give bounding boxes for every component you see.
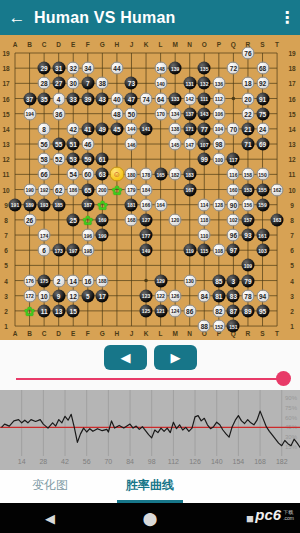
- row-label: 8: [290, 216, 294, 223]
- column-label: E: [71, 330, 75, 337]
- stone-P12[interactable]: 100: [212, 153, 225, 166]
- stone-P17[interactable]: 136: [212, 77, 225, 90]
- column-label: N: [187, 41, 192, 48]
- stone-L3[interactable]: 122: [154, 289, 167, 302]
- stone-O18[interactable]: 135: [198, 62, 211, 75]
- row-label: 2: [290, 307, 294, 314]
- stone-J10[interactable]: 179: [125, 183, 138, 196]
- svg-text:75%: 75%: [285, 405, 298, 411]
- stone-E13[interactable]: 51: [67, 138, 80, 151]
- stone-F3[interactable]: 5: [81, 289, 94, 302]
- stone-N10[interactable]: 167: [183, 183, 196, 196]
- stone-J11[interactable]: 180: [125, 168, 138, 181]
- stone-D10[interactable]: 62: [52, 183, 65, 196]
- stone-O13[interactable]: 107: [198, 138, 211, 151]
- svg-text:28: 28: [39, 458, 47, 465]
- svg-text:30%: 30%: [285, 434, 298, 440]
- stone-P14[interactable]: 104: [212, 122, 225, 135]
- row-label: 7: [290, 232, 294, 239]
- stone-S7[interactable]: 161: [256, 229, 269, 242]
- stone-B10[interactable]: 190: [23, 183, 36, 196]
- column-label: E: [71, 41, 75, 48]
- stone-J9[interactable]: 181: [125, 198, 138, 211]
- android-home-icon[interactable]: ⬤: [130, 511, 170, 526]
- svg-text:60%: 60%: [285, 415, 298, 421]
- stone-O3[interactable]: 84: [198, 289, 211, 302]
- stone-S13[interactable]: 69: [256, 138, 269, 151]
- stone-T10[interactable]: 162: [271, 183, 284, 196]
- stone-Q7[interactable]: 96: [227, 229, 240, 242]
- stone-F11[interactable]: 60: [81, 168, 94, 181]
- row-label: 16: [2, 95, 9, 102]
- stone-E2[interactable]: 15: [67, 304, 80, 317]
- row-label: 3: [290, 292, 294, 299]
- stone-O6[interactable]: 115: [198, 244, 211, 257]
- stone-D13[interactable]: 55: [52, 138, 65, 151]
- flower-marker-H10[interactable]: ✿: [111, 183, 122, 196]
- stone-C16[interactable]: 35: [38, 92, 51, 105]
- stone-K10[interactable]: 184: [140, 183, 153, 196]
- stone-B3[interactable]: 172: [23, 289, 36, 302]
- stone-F6[interactable]: 198: [81, 244, 94, 257]
- stone-R13[interactable]: 71: [241, 138, 254, 151]
- stone-K11[interactable]: 178: [140, 168, 153, 181]
- stone-B16[interactable]: 37: [23, 92, 36, 105]
- column-label: K: [144, 41, 149, 48]
- stone-C3[interactable]: 10: [38, 289, 51, 302]
- stone-N4[interactable]: 130: [183, 274, 196, 287]
- stone-R9[interactable]: 156: [241, 198, 254, 211]
- stone-S18[interactable]: 68: [256, 62, 269, 75]
- stone-O1[interactable]: 88: [198, 320, 211, 333]
- stone-F9[interactable]: 187: [81, 198, 94, 211]
- stone-D17[interactable]: 27: [52, 77, 65, 90]
- android-back-icon[interactable]: ◀: [30, 511, 70, 526]
- row-label: 17: [2, 80, 9, 87]
- stone-G4[interactable]: 188: [96, 274, 109, 287]
- stone-P16[interactable]: 112: [212, 92, 225, 105]
- stone-N17[interactable]: 131: [183, 77, 196, 90]
- stone-Q2[interactable]: 87: [227, 304, 240, 317]
- stone-E8[interactable]: 25: [67, 213, 80, 226]
- stone-E10[interactable]: 186: [67, 183, 80, 196]
- stone-G14[interactable]: 49: [96, 122, 109, 135]
- flower-marker-B2[interactable]: ✿: [24, 304, 35, 317]
- stone-Q6[interactable]: 97: [227, 244, 240, 257]
- row-label: 3: [4, 292, 8, 299]
- page-title: Human VS Human: [34, 9, 274, 27]
- svg-text:154: 154: [233, 458, 245, 465]
- app-header: ← Human VS Human ⋮: [0, 0, 300, 35]
- column-label: M: [172, 330, 177, 337]
- stone-S14[interactable]: 24: [256, 122, 269, 135]
- smiley-marker-H11[interactable]: ☺: [109, 167, 124, 182]
- stone-S6[interactable]: 103: [256, 244, 269, 257]
- stone-R16[interactable]: 20: [241, 92, 254, 105]
- svg-text:42: 42: [61, 458, 69, 465]
- stone-R5[interactable]: 109: [241, 259, 254, 272]
- stone-R3[interactable]: 78: [241, 289, 254, 302]
- stone-B15[interactable]: 194: [23, 107, 36, 120]
- bottom-tabs: 变化图 胜率曲线: [0, 470, 300, 503]
- stone-L16[interactable]: 64: [154, 92, 167, 105]
- stone-Q14[interactable]: 70: [227, 122, 240, 135]
- column-label: J: [130, 41, 134, 48]
- column-label: H: [115, 41, 120, 48]
- stone-Q10[interactable]: 160: [227, 183, 240, 196]
- stone-A9[interactable]: 191: [9, 198, 22, 211]
- stone-P3[interactable]: 81: [212, 289, 225, 302]
- stone-O7[interactable]: 110: [198, 229, 211, 242]
- stone-D6[interactable]: 173: [52, 244, 65, 257]
- column-label: L: [159, 330, 163, 337]
- column-label: C: [42, 41, 47, 48]
- row-label: 19: [288, 50, 295, 57]
- svg-text:70: 70: [104, 458, 112, 465]
- row-label: 12: [2, 156, 9, 163]
- stone-C11[interactable]: 66: [38, 168, 51, 181]
- stone-N11[interactable]: 183: [183, 168, 196, 181]
- next-move-button[interactable]: ▶: [154, 345, 197, 370]
- stone-Q4[interactable]: 3: [227, 274, 240, 287]
- svg-text:140: 140: [211, 458, 223, 465]
- stone-E17[interactable]: 30: [67, 77, 80, 90]
- stone-N16[interactable]: 142: [183, 92, 196, 105]
- stone-C12[interactable]: 58: [38, 153, 51, 166]
- stone-M16[interactable]: 133: [169, 92, 182, 105]
- stone-S16[interactable]: 91: [256, 92, 269, 105]
- stone-F16[interactable]: 39: [81, 92, 94, 105]
- row-label: 11: [3, 171, 10, 178]
- column-label: C: [42, 330, 47, 337]
- stone-E14[interactable]: 42: [67, 122, 80, 135]
- stone-P4[interactable]: 85: [212, 274, 225, 287]
- column-label: G: [100, 330, 105, 337]
- stone-B9[interactable]: 189: [23, 198, 36, 211]
- stone-R17[interactable]: 18: [241, 77, 254, 90]
- stone-Q3[interactable]: 83: [227, 289, 240, 302]
- stone-F7[interactable]: 196: [81, 229, 94, 242]
- stone-G8[interactable]: 169: [96, 213, 109, 226]
- column-label: B: [27, 41, 32, 48]
- row-label: 1: [290, 323, 294, 330]
- stone-D3[interactable]: 9: [52, 289, 65, 302]
- stone-R14[interactable]: 21: [241, 122, 254, 135]
- stone-M14[interactable]: 138: [169, 122, 182, 135]
- stone-G3[interactable]: 17: [96, 289, 109, 302]
- stone-F17[interactable]: 7: [81, 77, 94, 90]
- stone-N13[interactable]: 147: [183, 138, 196, 151]
- move-slider-thumb[interactable]: [276, 371, 291, 386]
- app-root: ← Human VS Human ⋮ AABBCCDDEEFFGGHHJJKKL…: [0, 0, 300, 533]
- stone-K6[interactable]: 149: [140, 244, 153, 257]
- row-label: 8: [4, 216, 8, 223]
- stone-D9[interactable]: 185: [52, 198, 65, 211]
- flower-marker-F8[interactable]: ✿: [82, 213, 93, 226]
- stone-J8[interactable]: 168: [125, 213, 138, 226]
- row-label: 19: [2, 50, 9, 57]
- stone-G17[interactable]: 38: [96, 77, 109, 90]
- column-label: D: [56, 330, 61, 337]
- stone-N2[interactable]: 86: [183, 304, 196, 317]
- stone-L18[interactable]: 148: [154, 62, 167, 75]
- row-label: 9: [290, 201, 294, 208]
- stone-Q18[interactable]: 72: [227, 62, 240, 75]
- stone-C10[interactable]: 192: [38, 183, 51, 196]
- stone-M15[interactable]: 134: [169, 107, 182, 120]
- stone-H14[interactable]: 45: [110, 122, 123, 135]
- stone-F10[interactable]: 65: [81, 183, 94, 196]
- row-label: 10: [288, 186, 295, 193]
- row-label: 15: [288, 110, 295, 117]
- stone-K7[interactable]: 177: [140, 229, 153, 242]
- stone-C13[interactable]: 56: [38, 138, 51, 151]
- stone-O17[interactable]: 132: [198, 77, 211, 90]
- row-label: 6: [4, 247, 8, 254]
- stone-R4[interactable]: 79: [241, 274, 254, 287]
- row-label: 11: [289, 171, 296, 178]
- row-label: 5: [4, 262, 8, 269]
- stone-O14[interactable]: 77: [198, 122, 211, 135]
- stone-M13[interactable]: 145: [169, 138, 182, 151]
- row-label: 16: [288, 95, 295, 102]
- stone-F18[interactable]: 34: [81, 62, 94, 75]
- stone-J17[interactable]: 73: [125, 77, 138, 90]
- stone-R19[interactable]: 76: [241, 47, 254, 60]
- stone-R10[interactable]: 153: [241, 183, 254, 196]
- column-label: H: [115, 330, 120, 337]
- winrate-chart: 1428425670849811212614015416818290%75%60…: [0, 390, 300, 470]
- stone-Q12[interactable]: 117: [227, 153, 240, 166]
- back-arrow-icon[interactable]: ←: [0, 8, 34, 28]
- stone-P13[interactable]: 98: [212, 138, 225, 151]
- stone-C6[interactable]: 6: [38, 244, 51, 257]
- tab-winrate-label: 胜率曲线: [126, 478, 174, 492]
- stone-M18[interactable]: 139: [169, 62, 182, 75]
- stone-C17[interactable]: 28: [38, 77, 51, 90]
- row-label: 4: [290, 277, 294, 284]
- svg-text:14: 14: [18, 458, 26, 465]
- stone-J16[interactable]: 47: [125, 92, 138, 105]
- row-label: 1: [4, 323, 8, 330]
- stone-E4[interactable]: 14: [67, 274, 80, 287]
- row-label: 9: [4, 201, 8, 208]
- column-label: L: [159, 41, 163, 48]
- stone-K3[interactable]: 123: [140, 289, 153, 302]
- column-label: G: [100, 41, 105, 48]
- column-label: B: [27, 330, 32, 337]
- stone-Q11[interactable]: 116: [227, 168, 240, 181]
- stone-H15[interactable]: 48: [110, 107, 123, 120]
- column-label: F: [86, 330, 90, 337]
- tab-winrate-curve[interactable]: 胜率曲线: [100, 470, 200, 503]
- stone-O9[interactable]: 114: [198, 198, 211, 211]
- previous-move-button[interactable]: ◀: [104, 345, 147, 370]
- column-label: S: [260, 41, 264, 48]
- svg-text:84: 84: [126, 458, 134, 465]
- stone-L2[interactable]: 121: [154, 304, 167, 317]
- row-label: 12: [288, 156, 295, 163]
- stone-O16[interactable]: 111: [198, 92, 211, 105]
- stone-L4[interactable]: 129: [154, 274, 167, 287]
- stone-G10[interactable]: 200: [96, 183, 109, 196]
- stone-R7[interactable]: 93: [241, 229, 254, 242]
- move-slider-track[interactable]: [16, 378, 284, 380]
- stone-P6[interactable]: 108: [212, 244, 225, 257]
- stone-H18[interactable]: 44: [110, 62, 123, 75]
- watermark-sub: 下载 .com: [283, 509, 294, 521]
- stone-E6[interactable]: 197: [67, 244, 80, 257]
- stone-S11[interactable]: 150: [256, 168, 269, 181]
- column-label: J: [130, 330, 134, 337]
- svg-text:168: 168: [254, 458, 266, 465]
- stone-T8[interactable]: 163: [271, 213, 284, 226]
- stone-M3[interactable]: 126: [169, 289, 182, 302]
- row-label: 14: [288, 125, 295, 132]
- stone-C2[interactable]: 11: [38, 304, 51, 317]
- stone-E16[interactable]: 33: [67, 92, 80, 105]
- stone-C14[interactable]: 8: [38, 122, 51, 135]
- stone-D18[interactable]: 31: [52, 62, 65, 75]
- stone-S9[interactable]: 159: [256, 198, 269, 211]
- stone-M11[interactable]: 182: [169, 168, 182, 181]
- stone-R8[interactable]: 157: [241, 213, 254, 226]
- stone-E11[interactable]: 54: [67, 168, 80, 181]
- stone-C18[interactable]: 29: [38, 62, 51, 75]
- stone-B8[interactable]: 26: [23, 213, 36, 226]
- stone-M2[interactable]: 124: [169, 304, 182, 317]
- column-label: T: [275, 41, 279, 48]
- stone-D16[interactable]: 4: [52, 92, 65, 105]
- svg-text:182: 182: [276, 458, 288, 465]
- row-label: 4: [4, 277, 8, 284]
- stone-F12[interactable]: 59: [81, 153, 94, 166]
- tab-variation-label: 变化图: [32, 478, 68, 492]
- column-label: A: [13, 41, 18, 48]
- stone-S17[interactable]: 92: [256, 77, 269, 90]
- move-controls: ◀ ▶: [0, 340, 300, 390]
- column-label: R: [246, 330, 251, 337]
- column-label: F: [86, 41, 90, 48]
- stone-C4[interactable]: 175: [38, 274, 51, 287]
- stone-J15[interactable]: 50: [125, 107, 138, 120]
- stone-F4[interactable]: 16: [81, 274, 94, 287]
- overflow-menu-icon[interactable]: ⋮: [274, 8, 300, 27]
- stone-M8[interactable]: 120: [169, 213, 182, 226]
- svg-text:126: 126: [189, 458, 201, 465]
- stone-K14[interactable]: 141: [140, 122, 153, 135]
- stone-F13[interactable]: 46: [81, 138, 94, 151]
- svg-text:56: 56: [83, 458, 91, 465]
- stone-L17[interactable]: 140: [154, 77, 167, 90]
- stone-S3[interactable]: 94: [256, 289, 269, 302]
- pc6-watermark: pc6 下载 .com: [255, 506, 294, 523]
- stone-E12[interactable]: 53: [67, 153, 80, 166]
- stone-P2[interactable]: 82: [212, 304, 225, 317]
- stone-N14[interactable]: 171: [183, 122, 196, 135]
- row-label: 2: [4, 307, 8, 314]
- stone-D15[interactable]: 36: [52, 107, 65, 120]
- stone-Q9[interactable]: 90: [227, 198, 240, 211]
- stone-F14[interactable]: 41: [81, 122, 94, 135]
- stone-G7[interactable]: 199: [96, 229, 109, 242]
- stone-P1[interactable]: 152: [212, 320, 225, 333]
- stone-S2[interactable]: 95: [256, 304, 269, 317]
- column-label: N: [187, 330, 192, 337]
- stone-D12[interactable]: 52: [52, 153, 65, 166]
- stone-O8[interactable]: 118: [198, 213, 211, 226]
- column-label: D: [56, 41, 61, 48]
- stone-B4[interactable]: 176: [23, 274, 36, 287]
- stone-N6[interactable]: 119: [183, 244, 196, 257]
- stone-L9[interactable]: 164: [154, 198, 167, 211]
- stone-J14[interactable]: 144: [125, 122, 138, 135]
- flower-marker-G9[interactable]: ✿: [97, 198, 108, 211]
- column-label: T: [275, 330, 279, 337]
- tab-spacer: [200, 470, 300, 503]
- go-board[interactable]: AABBCCDDEEFFGGHHJJKKLLMMNNOOPPQQRRSSTT19…: [0, 35, 300, 340]
- stone-E18[interactable]: 32: [67, 62, 80, 75]
- row-label: 15: [2, 110, 9, 117]
- stone-R15[interactable]: 22: [241, 107, 254, 120]
- stone-C9[interactable]: 193: [38, 198, 51, 211]
- stone-R2[interactable]: 89: [241, 304, 254, 317]
- row-label: 7: [4, 232, 8, 239]
- stone-K9[interactable]: 166: [140, 198, 153, 211]
- stone-O12[interactable]: 99: [198, 153, 211, 166]
- stone-D2[interactable]: 13: [52, 304, 65, 317]
- stone-E3[interactable]: 12: [67, 289, 80, 302]
- column-label: K: [144, 330, 149, 337]
- tab-variation-diagram[interactable]: 变化图: [0, 470, 100, 503]
- column-label: Q: [231, 41, 236, 48]
- stone-O15[interactable]: 143: [198, 107, 211, 120]
- svg-text:98: 98: [148, 458, 156, 465]
- stone-P9[interactable]: 128: [212, 198, 225, 211]
- stone-C7[interactable]: 174: [38, 229, 51, 242]
- row-label: 14: [2, 125, 9, 132]
- stone-S15[interactable]: 75: [256, 107, 269, 120]
- column-label: P: [217, 41, 221, 48]
- stone-Q1[interactable]: 151: [227, 320, 240, 333]
- stone-L15[interactable]: 170: [154, 107, 167, 120]
- stone-S10[interactable]: 155: [256, 183, 269, 196]
- stone-G12[interactable]: 61: [96, 153, 109, 166]
- stone-P15[interactable]: 106: [212, 107, 225, 120]
- row-label: 13: [2, 141, 9, 148]
- svg-text:90%: 90%: [285, 395, 298, 401]
- row-label: 10: [2, 186, 9, 193]
- stone-K8[interactable]: 127: [140, 213, 153, 226]
- row-label: 6: [290, 247, 294, 254]
- stone-J13[interactable]: 146: [125, 138, 138, 151]
- stone-G11[interactable]: 63: [96, 168, 109, 181]
- row-label: 18: [2, 65, 9, 72]
- stone-Q8[interactable]: 102: [227, 213, 240, 226]
- stone-L11[interactable]: 165: [154, 168, 167, 181]
- row-label: 13: [288, 141, 295, 148]
- stone-N15[interactable]: 137: [183, 107, 196, 120]
- column-label: O: [202, 41, 207, 48]
- svg-text:112: 112: [168, 458, 179, 465]
- stone-R11[interactable]: 158: [241, 168, 254, 181]
- column-label: M: [172, 41, 177, 48]
- stone-K16[interactable]: 74: [140, 92, 153, 105]
- stone-H16[interactable]: 40: [110, 92, 123, 105]
- stone-K2[interactable]: 125: [140, 304, 153, 317]
- stone-G16[interactable]: 43: [96, 92, 109, 105]
- stone-D4[interactable]: 2: [52, 274, 65, 287]
